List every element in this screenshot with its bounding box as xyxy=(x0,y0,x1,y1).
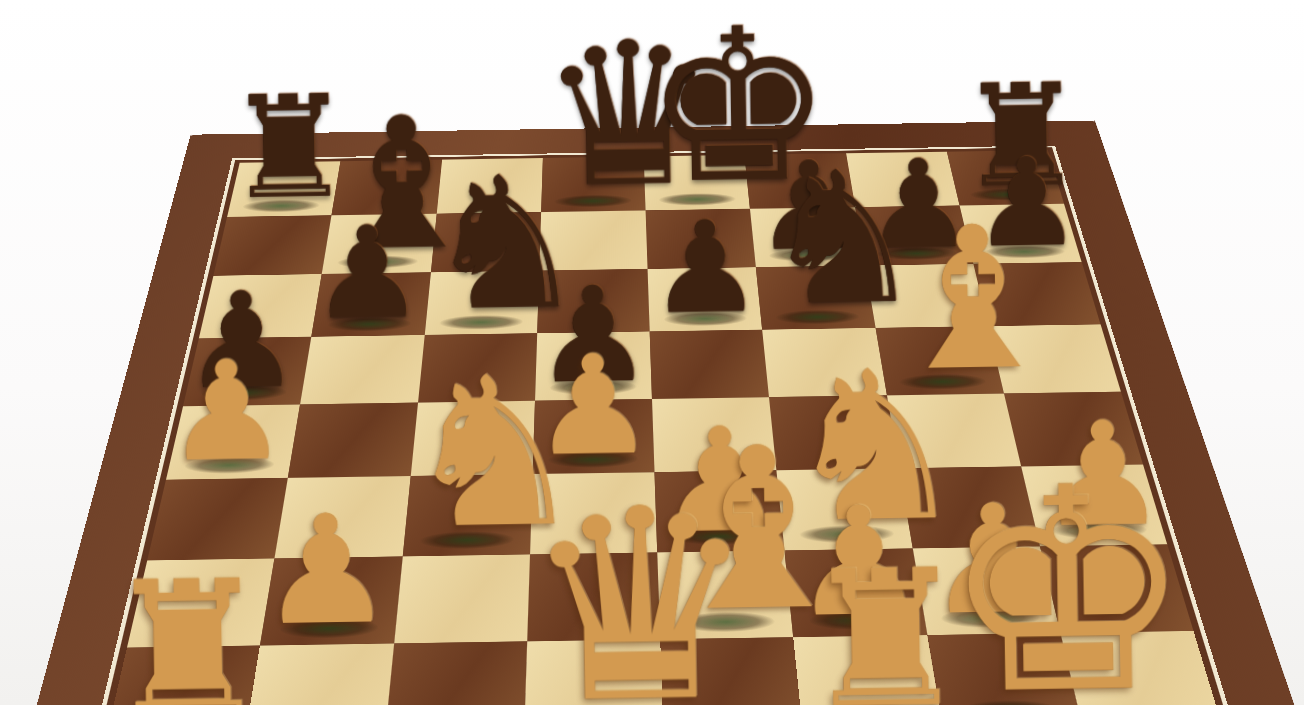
square-e5[interactable] xyxy=(650,329,770,398)
square-d1[interactable]: ♛ xyxy=(524,639,664,705)
black-rook-a8[interactable]: ♜ xyxy=(225,79,332,215)
piece-felt-shadow xyxy=(658,192,736,205)
square-b4[interactable] xyxy=(288,402,417,477)
piece-felt-shadow xyxy=(555,194,632,207)
black-pawn-e6[interactable]: ♟ xyxy=(648,207,763,329)
black-queen-d8[interactable]: ♛ xyxy=(538,20,646,210)
black-king-e8[interactable]: ♚ xyxy=(642,7,750,209)
square-d7[interactable] xyxy=(539,210,648,270)
white-king-g1[interactable]: ♚ xyxy=(938,458,1082,705)
square-a1[interactable]: ♜ xyxy=(105,645,261,705)
white-knight-c3[interactable]: ♞ xyxy=(399,355,529,553)
piece-felt-shadow xyxy=(337,254,419,268)
black-knight-c6[interactable]: ♞ xyxy=(422,157,537,332)
black-pawn-g7[interactable]: ♟ xyxy=(863,145,973,263)
square-c6[interactable]: ♞ xyxy=(424,270,539,334)
square-a4[interactable]: ♟ xyxy=(166,404,300,479)
black-bishop-b7[interactable]: ♝ xyxy=(319,98,430,272)
piece-felt-shadow xyxy=(983,244,1066,258)
piece-felt-shadow xyxy=(439,314,523,329)
square-g6[interactable] xyxy=(865,263,988,327)
white-pawn-a4[interactable]: ♟ xyxy=(164,345,288,477)
chess-board: ♜♛♚♜♝♟♟♟♟♞♟♞♟♟♝♟♟♞♟♞♟♟♝♟♟♜♛♜♚ xyxy=(10,120,1304,705)
square-e8[interactable]: ♚ xyxy=(644,154,750,210)
scene: ♜♛♚♜♝♟♟♟♟♞♟♞♟♟♝♟♟♞♟♞♟♟♝♟♟♜♛♜♚ xyxy=(0,0,1304,705)
square-e6[interactable]: ♟ xyxy=(648,267,763,331)
square-g7[interactable]: ♟ xyxy=(855,205,973,265)
square-g1[interactable]: ♚ xyxy=(927,632,1083,705)
square-a7[interactable] xyxy=(213,215,331,275)
black-pawn-b6[interactable]: ♟ xyxy=(310,212,425,334)
square-d8[interactable]: ♛ xyxy=(541,156,646,212)
square-b6[interactable]: ♟ xyxy=(312,272,431,337)
square-h7[interactable]: ♟ xyxy=(959,204,1081,264)
square-f1[interactable]: ♜ xyxy=(794,634,943,705)
square-c7[interactable] xyxy=(431,212,541,272)
square-c1[interactable] xyxy=(384,641,527,705)
square-c3[interactable]: ♞ xyxy=(402,474,532,556)
piece-felt-shadow xyxy=(768,248,850,262)
black-rook-h8[interactable]: ♜ xyxy=(957,68,1064,204)
square-a8[interactable]: ♜ xyxy=(227,161,341,217)
square-g8[interactable] xyxy=(846,151,960,207)
piece-felt-shadow xyxy=(327,316,412,331)
square-e7[interactable] xyxy=(646,208,757,268)
square-c2[interactable] xyxy=(394,554,530,643)
square-d6[interactable] xyxy=(537,268,650,332)
square-b8[interactable] xyxy=(332,159,442,215)
square-f7[interactable]: ♟ xyxy=(750,207,864,267)
piece-felt-shadow xyxy=(664,311,748,326)
black-pawn-h7[interactable]: ♟ xyxy=(971,144,1081,262)
piece-felt-shadow xyxy=(775,309,860,324)
square-h8[interactable]: ♜ xyxy=(947,150,1064,206)
black-pawn-f7[interactable]: ♟ xyxy=(754,147,864,265)
white-rook-a1[interactable]: ♜ xyxy=(102,559,244,705)
board-squares-grid: ♜♛♚♜♝♟♟♟♟♞♟♞♟♟♝♟♟♞♟♞♟♟♝♟♟♜♛♜♚ xyxy=(105,150,1222,705)
square-b2[interactable]: ♟ xyxy=(260,556,402,645)
piece-felt-shadow xyxy=(969,188,1049,201)
white-pawn-b2[interactable]: ♟ xyxy=(258,498,393,643)
square-c8[interactable] xyxy=(436,158,542,214)
square-h6[interactable] xyxy=(973,261,1100,325)
square-h5[interactable] xyxy=(988,324,1121,393)
board-inlay-border: ♜♛♚♜♝♟♟♟♟♞♟♞♟♟♝♟♟♞♟♞♟♟♝♟♟♜♛♜♚ xyxy=(91,145,1237,705)
white-queen-d1[interactable]: ♛ xyxy=(520,480,664,705)
piece-felt-shadow xyxy=(241,199,320,212)
square-b7[interactable]: ♝ xyxy=(322,213,436,273)
square-a6[interactable] xyxy=(199,273,322,338)
square-f8[interactable] xyxy=(745,153,855,209)
square-f6[interactable]: ♞ xyxy=(756,265,875,329)
white-rook-f1[interactable]: ♜ xyxy=(800,548,942,705)
black-knight-f6[interactable]: ♞ xyxy=(760,152,875,327)
piece-felt-shadow xyxy=(876,246,958,260)
